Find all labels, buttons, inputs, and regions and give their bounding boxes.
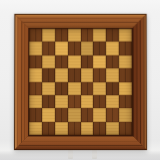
light-square <box>106 122 119 135</box>
dark-square <box>55 55 68 68</box>
dark-square <box>29 108 42 121</box>
dark-square <box>93 122 106 135</box>
light-square <box>81 122 94 135</box>
dark-square <box>42 68 55 81</box>
board-frame-right <box>133 14 147 150</box>
dark-square <box>81 55 94 68</box>
dark-square <box>106 29 119 42</box>
light-square <box>55 122 68 135</box>
dark-square <box>68 122 81 135</box>
light-square <box>119 108 132 121</box>
light-square <box>68 29 81 42</box>
table-leg-right <box>92 150 97 159</box>
dark-square <box>106 108 119 121</box>
dark-square <box>42 95 55 108</box>
board-frame-left <box>14 14 28 150</box>
dark-square <box>55 82 68 95</box>
dark-square <box>68 42 81 55</box>
light-square <box>29 122 42 135</box>
light-square <box>106 95 119 108</box>
light-square <box>55 68 68 81</box>
light-square <box>93 82 106 95</box>
dark-square <box>81 82 94 95</box>
dark-square <box>93 42 106 55</box>
dark-square <box>42 42 55 55</box>
light-square <box>55 42 68 55</box>
light-square <box>42 55 55 68</box>
light-square <box>93 55 106 68</box>
dark-square <box>29 82 42 95</box>
dark-square <box>68 68 81 81</box>
dark-square <box>55 29 68 42</box>
dark-square <box>119 68 132 81</box>
light-square <box>42 82 55 95</box>
dark-square <box>93 68 106 81</box>
light-square <box>42 29 55 42</box>
board-frame-top <box>14 14 146 28</box>
light-square <box>68 108 81 121</box>
dark-square <box>42 122 55 135</box>
light-square <box>119 82 132 95</box>
light-square <box>106 68 119 81</box>
dark-square <box>119 122 132 135</box>
table-leg-left <box>68 150 73 159</box>
dark-square <box>106 55 119 68</box>
light-square <box>68 55 81 68</box>
light-square <box>93 108 106 121</box>
light-square <box>106 42 119 55</box>
dark-square <box>93 95 106 108</box>
dark-square <box>55 108 68 121</box>
dark-square <box>81 29 94 42</box>
light-square <box>55 95 68 108</box>
light-square <box>29 42 42 55</box>
dark-square <box>29 29 42 42</box>
dark-square <box>81 108 94 121</box>
light-square <box>29 95 42 108</box>
light-square <box>119 29 132 42</box>
dark-square <box>29 55 42 68</box>
light-square <box>29 68 42 81</box>
dark-square <box>68 95 81 108</box>
chess-board <box>14 14 147 150</box>
light-square <box>68 82 81 95</box>
board-frame-bottom <box>14 136 147 150</box>
light-square <box>81 42 94 55</box>
light-square <box>93 29 106 42</box>
light-square <box>81 95 94 108</box>
dark-square <box>119 95 132 108</box>
dark-square <box>106 82 119 95</box>
light-square <box>119 55 132 68</box>
light-square <box>42 108 55 121</box>
light-square <box>81 68 94 81</box>
board-squares <box>28 28 133 136</box>
dark-square <box>119 42 132 55</box>
photo-background <box>0 0 160 160</box>
